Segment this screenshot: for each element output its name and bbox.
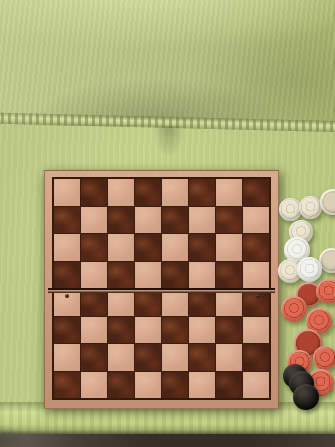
square-h8[interactable] bbox=[243, 179, 269, 206]
checkers-board[interactable] bbox=[44, 170, 279, 409]
white-checker[interactable] bbox=[299, 196, 322, 219]
square-h3[interactable] bbox=[243, 317, 269, 344]
square-a1[interactable] bbox=[54, 372, 80, 399]
square-f7[interactable] bbox=[189, 207, 215, 234]
square-a2[interactable] bbox=[54, 344, 80, 371]
square-e3[interactable] bbox=[162, 317, 188, 344]
towel-fold-shadow bbox=[148, 126, 190, 174]
square-g5[interactable] bbox=[216, 262, 242, 289]
square-h1[interactable] bbox=[243, 372, 269, 399]
square-e6[interactable] bbox=[162, 234, 188, 261]
board-hinge-seam bbox=[48, 288, 275, 293]
square-a4[interactable] bbox=[54, 289, 80, 316]
square-d3[interactable] bbox=[135, 317, 161, 344]
square-g8[interactable] bbox=[216, 179, 242, 206]
square-f2[interactable] bbox=[189, 344, 215, 371]
square-d1[interactable] bbox=[135, 372, 161, 399]
square-g6[interactable] bbox=[216, 234, 242, 261]
bottom-left-shadow bbox=[0, 418, 52, 447]
square-c8[interactable] bbox=[108, 179, 134, 206]
square-e7[interactable] bbox=[162, 207, 188, 234]
square-d2[interactable] bbox=[135, 344, 161, 371]
square-a6[interactable] bbox=[54, 234, 80, 261]
square-h5[interactable] bbox=[243, 262, 269, 289]
square-g1[interactable] bbox=[216, 372, 242, 399]
square-c2[interactable] bbox=[108, 344, 134, 371]
square-e8[interactable] bbox=[162, 179, 188, 206]
square-c1[interactable] bbox=[108, 372, 134, 399]
square-h2[interactable] bbox=[243, 344, 269, 371]
square-d8[interactable] bbox=[135, 179, 161, 206]
red-checker[interactable] bbox=[316, 279, 335, 304]
square-b6[interactable] bbox=[81, 234, 107, 261]
square-f1[interactable] bbox=[189, 372, 215, 399]
square-g3[interactable] bbox=[216, 317, 242, 344]
square-b3[interactable] bbox=[81, 317, 107, 344]
square-g2[interactable] bbox=[216, 344, 242, 371]
square-e5[interactable] bbox=[162, 262, 188, 289]
square-b1[interactable] bbox=[81, 372, 107, 399]
square-d5[interactable] bbox=[135, 262, 161, 289]
square-g7[interactable] bbox=[216, 207, 242, 234]
square-a5[interactable] bbox=[54, 262, 80, 289]
square-a7[interactable] bbox=[54, 207, 80, 234]
square-d4[interactable] bbox=[135, 289, 161, 316]
towel-upper-fold bbox=[0, 0, 335, 132]
square-b2[interactable] bbox=[81, 344, 107, 371]
white-checker[interactable] bbox=[297, 257, 322, 282]
square-b8[interactable] bbox=[81, 179, 107, 206]
black-checker[interactable] bbox=[293, 384, 319, 410]
square-c5[interactable] bbox=[108, 262, 134, 289]
square-c7[interactable] bbox=[108, 207, 134, 234]
square-c3[interactable] bbox=[108, 317, 134, 344]
square-f8[interactable] bbox=[189, 179, 215, 206]
square-e1[interactable] bbox=[162, 372, 188, 399]
red-checker[interactable] bbox=[281, 296, 307, 322]
square-d7[interactable] bbox=[135, 207, 161, 234]
square-f5[interactable] bbox=[189, 262, 215, 289]
square-b7[interactable] bbox=[81, 207, 107, 234]
red-checker[interactable] bbox=[313, 346, 335, 370]
square-h4[interactable] bbox=[243, 289, 269, 316]
square-f4[interactable] bbox=[189, 289, 215, 316]
square-a3[interactable] bbox=[54, 317, 80, 344]
hinge-screw-left bbox=[65, 294, 69, 298]
square-f6[interactable] bbox=[189, 234, 215, 261]
square-g4[interactable] bbox=[216, 289, 242, 316]
square-a8[interactable] bbox=[54, 179, 80, 206]
scene bbox=[0, 0, 335, 447]
square-b5[interactable] bbox=[81, 262, 107, 289]
square-e2[interactable] bbox=[162, 344, 188, 371]
square-c4[interactable] bbox=[108, 289, 134, 316]
square-e4[interactable] bbox=[162, 289, 188, 316]
square-c6[interactable] bbox=[108, 234, 134, 261]
square-f3[interactable] bbox=[189, 317, 215, 344]
hinge-screw-right bbox=[256, 294, 260, 298]
square-h7[interactable] bbox=[243, 207, 269, 234]
square-h6[interactable] bbox=[243, 234, 269, 261]
square-b4[interactable] bbox=[81, 289, 107, 316]
square-d6[interactable] bbox=[135, 234, 161, 261]
